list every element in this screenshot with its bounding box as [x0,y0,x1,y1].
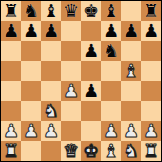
white-pawn-d4[interactable]: ♟ [63,81,79,101]
square-d7[interactable] [61,21,81,41]
black-pawn-f7[interactable]: ♟ [103,21,119,41]
square-c5[interactable] [41,61,61,81]
square-f3[interactable] [101,101,121,121]
square-a1[interactable]: ♜ [1,141,21,161]
square-g1[interactable]: ♞ [121,141,141,161]
square-b6[interactable] [21,41,41,61]
square-h6[interactable] [141,41,161,61]
square-e8[interactable]: ♚ [81,1,101,21]
square-e2[interactable] [81,121,101,141]
white-queen-d1[interactable]: ♛ [63,141,79,161]
square-c6[interactable] [41,41,61,61]
square-a8[interactable]: ♜ [1,1,21,21]
square-e1[interactable]: ♚ [81,141,101,161]
square-a2[interactable]: ♟ [1,121,21,141]
square-a4[interactable] [1,81,21,101]
square-e3[interactable] [81,101,101,121]
square-g5[interactable]: ♝ [121,61,141,81]
white-rook-a1[interactable]: ♜ [3,141,19,161]
square-h2[interactable]: ♟ [141,121,161,141]
square-c2[interactable]: ♟ [41,121,61,141]
square-b3[interactable] [21,101,41,121]
black-rook-a8[interactable]: ♜ [3,1,19,21]
square-c7[interactable]: ♟ [41,21,61,41]
black-pawn-a7[interactable]: ♟ [3,21,19,41]
square-h3[interactable] [141,101,161,121]
white-pawn-b2[interactable]: ♟ [23,121,39,141]
square-f8[interactable]: ♝ [101,1,121,21]
square-f2[interactable]: ♟ [101,121,121,141]
chess-board: ♜♞♝♛♚♝♜♟♟♟♟♟♟♟♞♝♟♟♞♟♟♟♟♟♟♜♛♚♝♞♜ [0,0,162,162]
white-pawn-f2[interactable]: ♟ [103,121,119,141]
square-g6[interactable] [121,41,141,61]
square-d6[interactable] [61,41,81,61]
square-c8[interactable]: ♝ [41,1,61,21]
square-b7[interactable]: ♟ [21,21,41,41]
square-e6[interactable]: ♟ [81,41,101,61]
square-f4[interactable] [101,81,121,101]
black-queen-d8[interactable]: ♛ [63,1,79,21]
square-g2[interactable]: ♟ [121,121,141,141]
square-e4[interactable]: ♟ [81,81,101,101]
square-c3[interactable]: ♞ [41,101,61,121]
white-pawn-c2[interactable]: ♟ [43,121,59,141]
white-bishop-g5[interactable]: ♝ [123,61,139,81]
white-pawn-g2[interactable]: ♟ [123,121,139,141]
square-a7[interactable]: ♟ [1,21,21,41]
square-d1[interactable]: ♛ [61,141,81,161]
white-pawn-h2[interactable]: ♟ [143,121,159,141]
square-h4[interactable] [141,81,161,101]
square-c4[interactable] [41,81,61,101]
square-b5[interactable] [21,61,41,81]
black-pawn-g7[interactable]: ♟ [123,21,139,41]
square-d5[interactable] [61,61,81,81]
square-g7[interactable]: ♟ [121,21,141,41]
white-pawn-a2[interactable]: ♟ [3,121,19,141]
square-c1[interactable] [41,141,61,161]
square-b4[interactable] [21,81,41,101]
square-h8[interactable]: ♜ [141,1,161,21]
black-king-e8[interactable]: ♚ [83,1,99,21]
square-b2[interactable]: ♟ [21,121,41,141]
black-pawn-e4[interactable]: ♟ [83,81,99,101]
square-h5[interactable] [141,61,161,81]
black-pawn-b7[interactable]: ♟ [23,21,39,41]
black-pawn-e6[interactable]: ♟ [83,41,99,61]
square-b1[interactable] [21,141,41,161]
square-d3[interactable] [61,101,81,121]
black-pawn-c7[interactable]: ♟ [43,21,59,41]
square-a5[interactable] [1,61,21,81]
square-a3[interactable] [1,101,21,121]
black-knight-b8[interactable]: ♞ [23,1,39,21]
black-bishop-f8[interactable]: ♝ [103,1,119,21]
white-rook-h1[interactable]: ♜ [143,141,159,161]
square-d2[interactable] [61,121,81,141]
black-rook-h8[interactable]: ♜ [143,1,159,21]
black-pawn-h7[interactable]: ♟ [143,21,159,41]
black-knight-f6[interactable]: ♞ [103,41,119,61]
square-a6[interactable] [1,41,21,61]
square-h1[interactable]: ♜ [141,141,161,161]
square-g3[interactable] [121,101,141,121]
square-h7[interactable]: ♟ [141,21,161,41]
white-knight-g1[interactable]: ♞ [123,141,139,161]
square-f7[interactable]: ♟ [101,21,121,41]
white-king-e1[interactable]: ♚ [83,141,99,161]
square-e7[interactable] [81,21,101,41]
square-f1[interactable]: ♝ [101,141,121,161]
black-bishop-c8[interactable]: ♝ [43,1,59,21]
white-bishop-f1[interactable]: ♝ [103,141,119,161]
square-f5[interactable] [101,61,121,81]
square-g8[interactable] [121,1,141,21]
square-e5[interactable] [81,61,101,81]
square-d8[interactable]: ♛ [61,1,81,21]
square-f6[interactable]: ♞ [101,41,121,61]
square-d4[interactable]: ♟ [61,81,81,101]
square-g4[interactable] [121,81,141,101]
white-knight-c3[interactable]: ♞ [43,101,59,121]
square-b8[interactable]: ♞ [21,1,41,21]
